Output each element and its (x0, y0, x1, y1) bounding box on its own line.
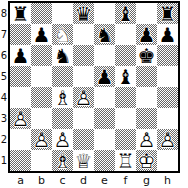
rank-label-7: 7 (0, 24, 8, 45)
square-a2[interactable] (10, 129, 31, 150)
square-h5[interactable] (157, 66, 178, 87)
black-bishop-f5: ♝ (115, 66, 136, 87)
white-pawn-h2: ♟♙ (157, 129, 178, 150)
black-pawn-h7: ♟ (157, 24, 178, 45)
square-g7[interactable]: ♟ (136, 24, 157, 45)
white-pawn-c2: ♟♙ (52, 129, 73, 150)
square-e5[interactable]: ♟ (94, 66, 115, 87)
square-b8[interactable] (31, 3, 52, 24)
square-g1[interactable]: ♚♔ (136, 150, 157, 171)
rank-labels: 8 7 6 5 4 3 2 1 (0, 3, 8, 171)
black-rook-h8: ♜ (157, 3, 178, 24)
square-e2[interactable] (94, 129, 115, 150)
square-b2[interactable]: ♟♙ (31, 129, 52, 150)
square-a6[interactable]: ♟ (10, 45, 31, 66)
square-h6[interactable] (157, 45, 178, 66)
chess-diagram: 8 7 6 5 4 3 2 1 ♜♛♝♜♟♞♘♞♟♟♟♞♚♟♝♝♗♟♙♟♙♟♙♟… (0, 0, 188, 188)
rank-label-1: 1 (0, 150, 8, 171)
square-c7[interactable]: ♞♘ (52, 24, 73, 45)
black-rook-a8: ♜ (10, 3, 31, 24)
square-d5[interactable] (73, 66, 94, 87)
square-g3[interactable] (136, 108, 157, 129)
square-g6[interactable]: ♚ (136, 45, 157, 66)
square-f4[interactable] (115, 87, 136, 108)
file-label-a: a (10, 173, 31, 187)
white-pawn-a3: ♟♙ (10, 108, 31, 129)
square-f7[interactable] (115, 24, 136, 45)
square-c6[interactable]: ♞ (52, 45, 73, 66)
square-c4[interactable]: ♝♗ (52, 87, 73, 108)
square-b1[interactable] (31, 150, 52, 171)
square-e8[interactable] (94, 3, 115, 24)
square-c5[interactable] (52, 66, 73, 87)
square-g2[interactable]: ♟♙ (136, 129, 157, 150)
square-e7[interactable]: ♞ (94, 24, 115, 45)
rank-label-3: 3 (0, 108, 8, 129)
white-queen-d1: ♛♕ (73, 150, 94, 171)
rank-label-8: 8 (0, 3, 8, 24)
square-h1[interactable] (157, 150, 178, 171)
square-d8[interactable]: ♛ (73, 3, 94, 24)
square-a5[interactable] (10, 66, 31, 87)
square-a3[interactable]: ♟♙ (10, 108, 31, 129)
square-a7[interactable] (10, 24, 31, 45)
square-g4[interactable] (136, 87, 157, 108)
square-f2[interactable] (115, 129, 136, 150)
square-d6[interactable] (73, 45, 94, 66)
white-pawn-b2: ♟♙ (31, 129, 52, 150)
square-e1[interactable] (94, 150, 115, 171)
rank-label-5: 5 (0, 66, 8, 87)
square-f6[interactable] (115, 45, 136, 66)
rank-label-2: 2 (0, 129, 8, 150)
square-c8[interactable] (52, 3, 73, 24)
square-c1[interactable]: ♝♗ (52, 150, 73, 171)
square-f1[interactable]: ♜♖ (115, 150, 136, 171)
black-knight-c6: ♞ (52, 45, 73, 66)
square-f3[interactable] (115, 108, 136, 129)
white-pawn-g2: ♟♙ (136, 129, 157, 150)
square-b7[interactable]: ♟ (31, 24, 52, 45)
square-b4[interactable] (31, 87, 52, 108)
square-d2[interactable] (73, 129, 94, 150)
black-knight-e7: ♞ (94, 24, 115, 45)
square-f5[interactable]: ♝ (115, 66, 136, 87)
square-b6[interactable] (31, 45, 52, 66)
square-a8[interactable]: ♜ (10, 3, 31, 24)
file-labels: a b c d e f g h (10, 173, 178, 187)
white-pawn-d4: ♟♙ (73, 87, 94, 108)
black-pawn-g7: ♟ (136, 24, 157, 45)
file-label-d: d (73, 173, 94, 187)
square-e4[interactable] (94, 87, 115, 108)
square-d7[interactable] (73, 24, 94, 45)
square-d1[interactable]: ♛♕ (73, 150, 94, 171)
white-king-g1: ♚♔ (136, 150, 157, 171)
black-king-g6: ♚ (136, 45, 157, 66)
file-label-h: h (157, 173, 178, 187)
file-label-f: f (115, 173, 136, 187)
file-label-g: g (136, 173, 157, 187)
square-h4[interactable] (157, 87, 178, 108)
square-c2[interactable]: ♟♙ (52, 129, 73, 150)
square-b3[interactable] (31, 108, 52, 129)
square-e6[interactable] (94, 45, 115, 66)
square-h2[interactable]: ♟♙ (157, 129, 178, 150)
file-label-e: e (94, 173, 115, 187)
square-f8[interactable]: ♝ (115, 3, 136, 24)
black-pawn-b7: ♟ (31, 24, 52, 45)
file-label-b: b (31, 173, 52, 187)
black-pawn-e5: ♟ (94, 66, 115, 87)
square-c3[interactable] (52, 108, 73, 129)
chess-board: ♜♛♝♜♟♞♘♞♟♟♟♞♚♟♝♝♗♟♙♟♙♟♙♟♙♟♙♟♙♝♗♛♕♜♖♚♔ (8, 1, 180, 173)
square-h3[interactable] (157, 108, 178, 129)
white-knight-c7: ♞♘ (52, 24, 73, 45)
square-a4[interactable] (10, 87, 31, 108)
square-e3[interactable] (94, 108, 115, 129)
white-bishop-c4: ♝♗ (52, 87, 73, 108)
square-h8[interactable]: ♜ (157, 3, 178, 24)
white-rook-f1: ♜♖ (115, 150, 136, 171)
white-bishop-c1: ♝♗ (52, 150, 73, 171)
file-label-c: c (52, 173, 73, 187)
square-g8[interactable] (136, 3, 157, 24)
black-bishop-f8: ♝ (115, 3, 136, 24)
black-queen-d8: ♛ (73, 3, 94, 24)
square-b5[interactable] (31, 66, 52, 87)
black-pawn-a6: ♟ (10, 45, 31, 66)
square-h7[interactable]: ♟ (157, 24, 178, 45)
square-d3[interactable] (73, 108, 94, 129)
rank-label-4: 4 (0, 87, 8, 108)
square-g5[interactable] (136, 66, 157, 87)
rank-label-6: 6 (0, 45, 8, 66)
square-d4[interactable]: ♟♙ (73, 87, 94, 108)
square-a1[interactable] (10, 150, 31, 171)
